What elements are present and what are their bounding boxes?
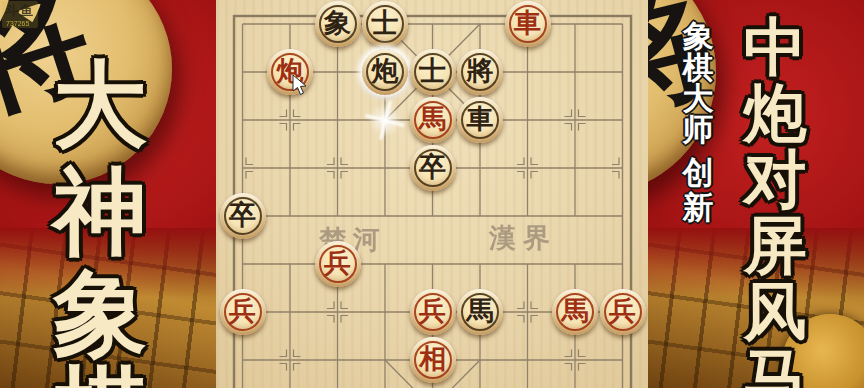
piece-black-elephant[interactable]: 象: [315, 1, 361, 47]
left-title-char: 神: [53, 165, 147, 259]
piece-black-chariot[interactable]: 車: [457, 97, 503, 143]
piece-red-horse[interactable]: 馬: [552, 289, 598, 335]
piece-glyph: 兵: [419, 298, 446, 325]
right-subtitle-char: 大: [683, 83, 714, 114]
piece-red-chariot[interactable]: 車: [505, 1, 551, 47]
piece-glyph: 卒: [419, 154, 446, 181]
piece-black-advisor[interactable]: 士: [362, 1, 408, 47]
piece-glyph: 馬: [419, 106, 446, 133]
right-subtitle-char: 象: [683, 21, 714, 52]
piece-glyph: 兵: [609, 298, 636, 325]
stage: 将 斗鱼 737265 大神象棋 楚河漢界象士車炮炮士將馬車卒卒兵兵兵馬馬兵相 …: [0, 0, 864, 388]
piece-glyph: 車: [467, 106, 494, 133]
right-title-char: 屏: [744, 215, 807, 278]
right-subtitle-char: 师: [683, 114, 714, 145]
right-title-char: 中: [744, 17, 807, 80]
piece-black-advisor[interactable]: 士: [410, 49, 456, 95]
piece-glyph: 馬: [467, 298, 494, 325]
piece-glyph: 將: [467, 58, 494, 85]
right-title-char: 风: [744, 281, 807, 344]
piece-glyph: 相: [419, 346, 446, 373]
right-banner: 将 象棋大师 创新 中炮对屏风马: [648, 0, 864, 388]
piece-glyph: 卒: [229, 202, 256, 229]
right-title-char: 对: [744, 149, 807, 212]
piece-glyph: 象: [324, 10, 351, 37]
piece-glyph: 炮: [277, 58, 304, 85]
piece-red-elephant[interactable]: 相: [410, 337, 456, 383]
piece-glyph: 車: [514, 10, 541, 37]
piece-red-pawn[interactable]: 兵: [600, 289, 646, 335]
piece-black-horse[interactable]: 馬: [457, 289, 503, 335]
xiangqi-board[interactable]: 楚河漢界象士車炮炮士將馬車卒卒兵兵兵馬馬兵相: [216, 0, 648, 388]
piece-black-cannon[interactable]: 炮: [362, 49, 408, 95]
piece-glyph: 士: [419, 58, 446, 85]
piece-glyph: 炮: [372, 58, 399, 85]
piece-black-pawn[interactable]: 卒: [410, 145, 456, 191]
left-title-char: 象: [53, 267, 147, 361]
piece-red-pawn[interactable]: 兵: [410, 289, 456, 335]
right-subtitle-char: 棋: [683, 52, 714, 83]
piece-glyph: 士: [372, 10, 399, 37]
river-label-right: 漢界: [488, 223, 557, 253]
watermark-sub-text: 737265: [6, 20, 34, 27]
right-subtitle-char: 创: [683, 157, 714, 188]
stream-watermark: 斗鱼 737265: [2, 1, 38, 28]
right-subtitle-char: 新: [683, 192, 714, 223]
piece-red-pawn[interactable]: 兵: [220, 289, 266, 335]
watermark-logo-text: 斗鱼: [6, 2, 34, 20]
left-banner: 将 斗鱼 737265 大神象棋: [0, 0, 216, 388]
right-title-char: 马: [744, 347, 807, 388]
right-title-char: 炮: [744, 83, 807, 146]
piece-glyph: 兵: [229, 298, 256, 325]
piece-black-general[interactable]: 將: [457, 49, 503, 95]
left-title-char: 大: [53, 58, 147, 152]
piece-red-cannon[interactable]: 炮: [267, 49, 313, 95]
left-title-char: 棋: [53, 363, 147, 388]
piece-red-horse[interactable]: 馬: [410, 97, 456, 143]
piece-glyph: 馬: [562, 298, 589, 325]
piece-glyph: 兵: [324, 250, 351, 277]
piece-red-pawn[interactable]: 兵: [315, 241, 361, 287]
piece-black-pawn[interactable]: 卒: [220, 193, 266, 239]
